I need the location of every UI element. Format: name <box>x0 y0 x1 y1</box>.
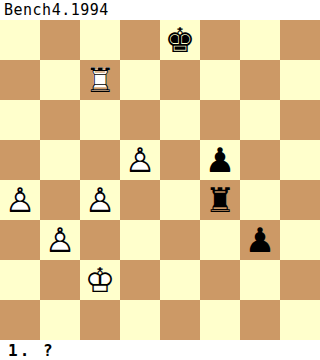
white-pawn: ♙ <box>0 180 40 220</box>
diagram-title: Bench4.1994 <box>0 0 320 20</box>
white-pawn: ♙ <box>120 140 160 180</box>
square-g4 <box>240 180 280 220</box>
square-b6 <box>40 100 80 140</box>
square-a1 <box>0 300 40 340</box>
square-a2 <box>0 260 40 300</box>
white-king-fill: ♚ <box>80 260 120 300</box>
square-f8 <box>200 20 240 60</box>
black-pawn: ♟ <box>240 220 280 260</box>
square-g3: ♟ <box>240 220 280 260</box>
square-h8 <box>280 20 320 60</box>
square-f3 <box>200 220 240 260</box>
square-f1 <box>200 300 240 340</box>
square-g8 <box>240 20 280 60</box>
square-c6 <box>80 100 120 140</box>
square-h4 <box>280 180 320 220</box>
square-g6 <box>240 100 280 140</box>
square-a8 <box>0 20 40 60</box>
white-rook: ♖ <box>80 60 120 100</box>
black-king: ♚ <box>160 20 200 60</box>
square-a6 <box>0 100 40 140</box>
square-g1 <box>240 300 280 340</box>
square-g5 <box>240 140 280 180</box>
square-e2 <box>160 260 200 300</box>
square-h1 <box>280 300 320 340</box>
square-a4: ♟♙ <box>0 180 40 220</box>
square-c2: ♚♔ <box>80 260 120 300</box>
square-f7 <box>200 60 240 100</box>
square-g7 <box>240 60 280 100</box>
white-pawn: ♙ <box>80 180 120 220</box>
square-f6 <box>200 100 240 140</box>
square-e8: ♚ <box>160 20 200 60</box>
square-e5 <box>160 140 200 180</box>
square-f4: ♜ <box>200 180 240 220</box>
square-e3 <box>160 220 200 260</box>
square-b3: ♟♙ <box>40 220 80 260</box>
square-a7 <box>0 60 40 100</box>
square-b7 <box>40 60 80 100</box>
square-b2 <box>40 260 80 300</box>
square-e6 <box>160 100 200 140</box>
white-pawn-fill: ♟ <box>40 220 80 260</box>
square-b5 <box>40 140 80 180</box>
square-c1 <box>80 300 120 340</box>
square-a5 <box>0 140 40 180</box>
square-h2 <box>280 260 320 300</box>
white-pawn-fill: ♟ <box>120 140 160 180</box>
square-c3 <box>80 220 120 260</box>
white-pawn: ♙ <box>40 220 80 260</box>
square-a3 <box>0 220 40 260</box>
black-rook: ♜ <box>200 180 240 220</box>
white-pawn-fill: ♟ <box>80 180 120 220</box>
square-b8 <box>40 20 80 60</box>
square-g2 <box>240 260 280 300</box>
white-rook-fill: ♜ <box>80 60 120 100</box>
chess-board: ♚♜♖♟♙♟♟♙♟♙♜♟♙♟♚♔ <box>0 20 320 340</box>
square-b1 <box>40 300 80 340</box>
square-h6 <box>280 100 320 140</box>
square-e4 <box>160 180 200 220</box>
square-h7 <box>280 60 320 100</box>
square-f2 <box>200 260 240 300</box>
square-h3 <box>280 220 320 260</box>
square-d1 <box>120 300 160 340</box>
square-d8 <box>120 20 160 60</box>
square-d2 <box>120 260 160 300</box>
square-f5: ♟ <box>200 140 240 180</box>
square-d4 <box>120 180 160 220</box>
white-pawn-fill: ♟ <box>0 180 40 220</box>
square-d3 <box>120 220 160 260</box>
square-d5: ♟♙ <box>120 140 160 180</box>
square-c7: ♜♖ <box>80 60 120 100</box>
square-e7 <box>160 60 200 100</box>
square-e1 <box>160 300 200 340</box>
square-h5 <box>280 140 320 180</box>
white-king: ♔ <box>80 260 120 300</box>
square-d7 <box>120 60 160 100</box>
move-prompt: 1. ? <box>0 340 320 360</box>
square-c4: ♟♙ <box>80 180 120 220</box>
square-c5 <box>80 140 120 180</box>
square-b4 <box>40 180 80 220</box>
square-d6 <box>120 100 160 140</box>
square-c8 <box>80 20 120 60</box>
black-pawn: ♟ <box>200 140 240 180</box>
